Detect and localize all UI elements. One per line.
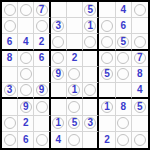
- odd-circle-marker: [20, 52, 32, 64]
- cell-r3c2[interactable]: 4: [18, 34, 34, 50]
- given-digit: 9: [23, 102, 29, 112]
- cell-r3c6[interactable]: [83, 34, 99, 50]
- odd-circle-marker: 3: [52, 20, 64, 32]
- given-digit: 5: [104, 69, 110, 79]
- cell-r5c2[interactable]: [18, 67, 34, 83]
- given-digit: 5: [137, 102, 143, 112]
- cell-r7c8[interactable]: 8: [116, 99, 132, 115]
- cell-r4c9[interactable]: 7: [132, 51, 148, 67]
- given-digit: 2: [72, 53, 78, 63]
- odd-circle-marker: [134, 36, 146, 48]
- cell-r1c6[interactable]: 5: [83, 2, 99, 18]
- odd-circle-marker: [4, 4, 16, 16]
- odd-circle-marker: 5: [134, 101, 146, 113]
- odd-circle-marker: 5: [84, 4, 96, 16]
- given-digit: 1: [72, 85, 78, 95]
- odd-circle-marker: [52, 36, 64, 48]
- odd-circle-marker: [101, 52, 113, 64]
- cell-r5c6[interactable]: [83, 67, 99, 83]
- cell-r8c4[interactable]: 1: [51, 116, 67, 132]
- odd-circle-marker: [117, 52, 129, 64]
- odd-circle-marker: [134, 134, 146, 146]
- cell-r5c9[interactable]: 8: [132, 67, 148, 83]
- cell-r9c6[interactable]: [83, 132, 99, 148]
- given-digit: 4: [55, 135, 61, 145]
- odd-circle-marker: [4, 117, 16, 129]
- given-digit: 5: [120, 37, 126, 47]
- cell-r6c9[interactable]: 4: [132, 83, 148, 99]
- odd-circle-marker: [36, 134, 48, 146]
- cell-r7c4[interactable]: [51, 99, 67, 115]
- cell-r2c3[interactable]: [34, 18, 50, 34]
- cell-r6c4[interactable]: [51, 83, 67, 99]
- cell-r2c5[interactable]: [67, 18, 83, 34]
- odd-circle-marker: 9: [52, 68, 64, 80]
- odd-circle-marker: [68, 134, 80, 146]
- given-digit: 9: [55, 69, 61, 79]
- given-digit: 4: [137, 85, 143, 95]
- given-digit: 7: [39, 5, 45, 15]
- cell-r2c9[interactable]: [132, 18, 148, 34]
- odd-circle-marker: [117, 117, 129, 129]
- cell-r1c1[interactable]: [2, 2, 18, 18]
- cell-r6c1[interactable]: 3: [2, 83, 18, 99]
- cell-r3c9[interactable]: [132, 34, 148, 50]
- given-digit: 8: [7, 53, 13, 63]
- cell-r8c7[interactable]: [99, 116, 115, 132]
- cell-r5c1[interactable]: [2, 67, 18, 83]
- odd-circle-marker: 7: [36, 4, 48, 16]
- cell-r8c3[interactable]: [34, 116, 50, 132]
- cell-r1c4[interactable]: [51, 2, 67, 18]
- cell-r5c5[interactable]: [67, 67, 83, 83]
- odd-circle-marker: 5: [101, 68, 113, 80]
- odd-circle-marker: 1: [101, 101, 113, 113]
- cell-r7c3[interactable]: [34, 99, 50, 115]
- odd-circle-marker: 9: [36, 84, 48, 96]
- odd-circle-marker: [4, 134, 16, 146]
- odd-circle-marker: [20, 4, 32, 16]
- odd-circle-marker: [68, 68, 80, 80]
- given-digit: 6: [39, 53, 45, 63]
- cell-r4c5[interactable]: 2: [67, 51, 83, 67]
- cell-r3c5[interactable]: [67, 34, 83, 50]
- cell-r6c8[interactable]: [116, 83, 132, 99]
- cell-r5c8[interactable]: [116, 67, 132, 83]
- cell-r2c2[interactable]: [18, 18, 34, 34]
- cell-r3c8[interactable]: 5: [116, 34, 132, 50]
- given-digit: 3: [7, 85, 13, 95]
- cell-r3c3[interactable]: 2: [34, 34, 50, 50]
- odd-circle-marker: 1: [52, 117, 64, 129]
- given-digit: 6: [23, 135, 29, 145]
- cell-r1c7[interactable]: [99, 2, 115, 18]
- odd-circle-marker: 3: [4, 84, 16, 96]
- odd-circle-marker: [36, 20, 48, 32]
- given-digit: 6: [7, 37, 13, 47]
- given-digit: 3: [55, 21, 61, 31]
- cell-r7c6[interactable]: [83, 99, 99, 115]
- given-digit: 2: [104, 135, 110, 145]
- sudoku-board: 75431664258627958391491852153642: [0, 0, 150, 150]
- given-digit: 8: [137, 69, 143, 79]
- cell-r6c5[interactable]: 1: [67, 83, 83, 99]
- cell-r6c3[interactable]: 9: [34, 83, 50, 99]
- odd-circle-marker: 9: [20, 101, 32, 113]
- given-digit: 2: [39, 37, 45, 47]
- cell-r4c1[interactable]: 8: [2, 51, 18, 67]
- cell-r5c4[interactable]: 9: [51, 67, 67, 83]
- given-digit: 3: [87, 118, 93, 128]
- given-digit: 8: [120, 102, 126, 112]
- given-digit: 9: [39, 85, 45, 95]
- odd-circle-marker: [68, 101, 80, 113]
- odd-circle-marker: [134, 4, 146, 16]
- odd-circle-marker: [20, 84, 32, 96]
- given-digit: 5: [72, 118, 78, 128]
- cell-r7c5[interactable]: [67, 99, 83, 115]
- cell-r3c1[interactable]: 6: [2, 34, 18, 50]
- odd-circle-marker: 5: [68, 117, 80, 129]
- cell-r8c9[interactable]: [132, 116, 148, 132]
- given-digit: 4: [23, 37, 29, 47]
- cell-r9c5[interactable]: [67, 132, 83, 148]
- odd-circle-marker: 7: [134, 52, 146, 64]
- cell-r8c6[interactable]: 3: [83, 116, 99, 132]
- cell-r3c4[interactable]: [51, 34, 67, 50]
- cell-r9c9[interactable]: [132, 132, 148, 148]
- cell-r9c3[interactable]: [34, 132, 50, 148]
- cell-r9c1[interactable]: [2, 132, 18, 148]
- cell-r2c6[interactable]: 1: [83, 18, 99, 34]
- cell-r9c2[interactable]: 6: [18, 132, 34, 148]
- cell-r8c8[interactable]: [116, 116, 132, 132]
- cell-r8c1[interactable]: [2, 116, 18, 132]
- odd-circle-marker: [84, 84, 96, 96]
- given-digit: 5: [87, 5, 93, 15]
- odd-circle-marker: [101, 36, 113, 48]
- odd-circle-marker: 5: [117, 36, 129, 48]
- given-digit: 1: [55, 118, 61, 128]
- cell-r6c6[interactable]: [83, 83, 99, 99]
- cell-r9c7[interactable]: 2: [99, 132, 115, 148]
- cell-r1c8[interactable]: 4: [116, 2, 132, 18]
- cell-r1c9[interactable]: [132, 2, 148, 18]
- cell-r2c8[interactable]: 6: [116, 18, 132, 34]
- given-digit: 2: [23, 118, 29, 128]
- cell-r4c6[interactable]: [83, 51, 99, 67]
- odd-circle-marker: [117, 68, 129, 80]
- given-digit: 1: [87, 21, 93, 31]
- given-digit: 1: [104, 102, 110, 112]
- cell-r3c7[interactable]: [99, 34, 115, 50]
- cell-r5c3[interactable]: [34, 67, 50, 83]
- given-digit: 6: [120, 21, 126, 31]
- cell-r4c3[interactable]: 6: [34, 51, 50, 67]
- cell-r7c2[interactable]: 9: [18, 99, 34, 115]
- given-digit: 7: [137, 53, 143, 63]
- cell-r9c4[interactable]: 4: [51, 132, 67, 148]
- odd-circle-marker: [117, 134, 129, 146]
- odd-circle-marker: [20, 68, 32, 80]
- cell-r4c4[interactable]: [51, 51, 67, 67]
- cell-r1c5[interactable]: [67, 2, 83, 18]
- odd-circle-marker: [52, 52, 64, 64]
- cell-r4c2[interactable]: [18, 51, 34, 67]
- cell-r7c7[interactable]: 1: [99, 99, 115, 115]
- given-digit: 4: [120, 5, 126, 15]
- cell-r5c7[interactable]: 5: [99, 67, 115, 83]
- cell-r4c8[interactable]: [116, 51, 132, 67]
- odd-circle-marker: [101, 20, 113, 32]
- cell-r2c7[interactable]: [99, 18, 115, 34]
- cell-r7c9[interactable]: 5: [132, 99, 148, 115]
- odd-circle-marker: [4, 20, 16, 32]
- cell-r1c3[interactable]: 7: [34, 2, 50, 18]
- odd-circle-marker: [84, 36, 96, 48]
- cell-r2c4[interactable]: 3: [51, 18, 67, 34]
- cell-r8c5[interactable]: 5: [67, 116, 83, 132]
- odd-circle-marker: 1: [68, 84, 80, 96]
- odd-circle-marker: 1: [84, 20, 96, 32]
- cell-r1c2[interactable]: [18, 2, 34, 18]
- cell-r9c8[interactable]: [116, 132, 132, 148]
- cell-r4c7[interactable]: [99, 51, 115, 67]
- cell-r2c1[interactable]: [2, 18, 18, 34]
- odd-circle-marker: [36, 101, 48, 113]
- cell-r8c2[interactable]: 2: [18, 116, 34, 132]
- odd-circle-marker: 3: [84, 117, 96, 129]
- cell-r7c1[interactable]: [2, 99, 18, 115]
- cell-r6c7[interactable]: [99, 83, 115, 99]
- cell-r6c2[interactable]: [18, 83, 34, 99]
